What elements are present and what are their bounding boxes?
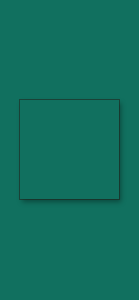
app-background — [0, 0, 139, 300]
chess-board — [20, 100, 119, 199]
